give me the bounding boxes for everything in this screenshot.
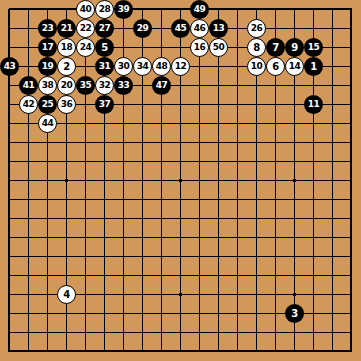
board-cell-m3[interactable] — [228, 38, 247, 57]
board-cell-r3[interactable] — [323, 38, 342, 57]
board-cell-i1[interactable] — [152, 0, 171, 19]
board-cell-o6[interactable] — [266, 95, 285, 114]
board-cell-d5[interactable]: 20 — [57, 76, 76, 95]
board-cell-c19[interactable] — [38, 342, 57, 361]
board-cell-m1[interactable] — [228, 0, 247, 19]
board-cell-b3[interactable] — [19, 38, 38, 57]
board-cell-p5[interactable] — [285, 76, 304, 95]
board-cell-a18[interactable] — [0, 323, 19, 342]
board-cell-a3[interactable] — [0, 38, 19, 57]
board-cell-h19[interactable] — [133, 342, 152, 361]
board-cell-l2[interactable]: 13 — [209, 19, 228, 38]
board-cell-l9[interactable] — [209, 152, 228, 171]
board-cell-k4[interactable] — [190, 57, 209, 76]
board-cell-e10[interactable] — [76, 171, 95, 190]
board-cell-p19[interactable] — [285, 342, 304, 361]
board-cell-m18[interactable] — [228, 323, 247, 342]
board-cell-l5[interactable] — [209, 76, 228, 95]
board-cell-s15[interactable] — [342, 266, 361, 285]
board-cell-i11[interactable] — [152, 190, 171, 209]
board-cell-f1[interactable]: 28 — [95, 0, 114, 19]
board-cell-k18[interactable] — [190, 323, 209, 342]
board-cell-r13[interactable] — [323, 228, 342, 247]
board-cell-n5[interactable] — [247, 76, 266, 95]
board-cell-f4[interactable]: 31 — [95, 57, 114, 76]
board-cell-h9[interactable] — [133, 152, 152, 171]
board-cell-l13[interactable] — [209, 228, 228, 247]
board-cell-c11[interactable] — [38, 190, 57, 209]
board-cell-b1[interactable] — [19, 0, 38, 19]
board-cell-f6[interactable]: 37 — [95, 95, 114, 114]
board-cell-m14[interactable] — [228, 247, 247, 266]
board-cell-b11[interactable] — [19, 190, 38, 209]
board-cell-e5[interactable]: 35 — [76, 76, 95, 95]
board-cell-h8[interactable] — [133, 133, 152, 152]
board-cell-b18[interactable] — [19, 323, 38, 342]
board-cell-c15[interactable] — [38, 266, 57, 285]
board-cell-b2[interactable] — [19, 19, 38, 38]
board-cell-j1[interactable] — [171, 0, 190, 19]
board-cell-d16[interactable]: 4 — [57, 285, 76, 304]
board-cell-n12[interactable] — [247, 209, 266, 228]
board-cell-m6[interactable] — [228, 95, 247, 114]
board-cell-j2[interactable]: 45 — [171, 19, 190, 38]
board-cell-h5[interactable] — [133, 76, 152, 95]
board-cell-f13[interactable] — [95, 228, 114, 247]
board-cell-m12[interactable] — [228, 209, 247, 228]
board-cell-p17[interactable]: 3 — [285, 304, 304, 323]
board-cell-d10[interactable] — [57, 171, 76, 190]
board-cell-b17[interactable] — [19, 304, 38, 323]
board-cell-l3[interactable]: 50 — [209, 38, 228, 57]
board-cell-m11[interactable] — [228, 190, 247, 209]
board-cell-o7[interactable] — [266, 114, 285, 133]
board-cell-k3[interactable]: 16 — [190, 38, 209, 57]
board-cell-s13[interactable] — [342, 228, 361, 247]
board-cell-a7[interactable] — [0, 114, 19, 133]
board-cell-f15[interactable] — [95, 266, 114, 285]
board-cell-n9[interactable] — [247, 152, 266, 171]
board-cell-g16[interactable] — [114, 285, 133, 304]
board-cell-l1[interactable] — [209, 0, 228, 19]
board-cell-r5[interactable] — [323, 76, 342, 95]
board-cell-e3[interactable]: 24 — [76, 38, 95, 57]
board-cell-k12[interactable] — [190, 209, 209, 228]
board-cell-j14[interactable] — [171, 247, 190, 266]
board-cell-j11[interactable] — [171, 190, 190, 209]
board-cell-e9[interactable] — [76, 152, 95, 171]
board-cell-e8[interactable] — [76, 133, 95, 152]
board-cell-e6[interactable] — [76, 95, 95, 114]
board-cell-f12[interactable] — [95, 209, 114, 228]
board-cell-r2[interactable] — [323, 19, 342, 38]
board-cell-o2[interactable] — [266, 19, 285, 38]
board-cell-r17[interactable] — [323, 304, 342, 323]
board-cell-b14[interactable] — [19, 247, 38, 266]
board-cell-p14[interactable] — [285, 247, 304, 266]
board-cell-s1[interactable] — [342, 0, 361, 19]
board-cell-h7[interactable] — [133, 114, 152, 133]
board-cell-r9[interactable] — [323, 152, 342, 171]
board-cell-i4[interactable]: 48 — [152, 57, 171, 76]
board-cell-o19[interactable] — [266, 342, 285, 361]
board-cell-o16[interactable] — [266, 285, 285, 304]
board-cell-d6[interactable]: 36 — [57, 95, 76, 114]
board-cell-r7[interactable] — [323, 114, 342, 133]
board-cell-s3[interactable] — [342, 38, 361, 57]
board-cell-c6[interactable]: 25 — [38, 95, 57, 114]
board-cell-s5[interactable] — [342, 76, 361, 95]
board-cell-g2[interactable] — [114, 19, 133, 38]
board-cell-g14[interactable] — [114, 247, 133, 266]
board-cell-k5[interactable] — [190, 76, 209, 95]
board-cell-l7[interactable] — [209, 114, 228, 133]
board-cell-k6[interactable] — [190, 95, 209, 114]
board-cell-q12[interactable] — [304, 209, 323, 228]
board-cell-o9[interactable] — [266, 152, 285, 171]
board-cell-j16[interactable] — [171, 285, 190, 304]
board-cell-i8[interactable] — [152, 133, 171, 152]
board-cell-k11[interactable] — [190, 190, 209, 209]
board-cell-b10[interactable] — [19, 171, 38, 190]
board-cell-o18[interactable] — [266, 323, 285, 342]
board-cell-s8[interactable] — [342, 133, 361, 152]
board-cell-g6[interactable] — [114, 95, 133, 114]
board-cell-l11[interactable] — [209, 190, 228, 209]
board-cell-m16[interactable] — [228, 285, 247, 304]
board-cell-g10[interactable] — [114, 171, 133, 190]
board-cell-b7[interactable] — [19, 114, 38, 133]
board-cell-j19[interactable] — [171, 342, 190, 361]
board-cell-s2[interactable] — [342, 19, 361, 38]
board-cell-n7[interactable] — [247, 114, 266, 133]
board-cell-m17[interactable] — [228, 304, 247, 323]
board-cell-o15[interactable] — [266, 266, 285, 285]
board-cell-g7[interactable] — [114, 114, 133, 133]
board-cell-o14[interactable] — [266, 247, 285, 266]
board-cell-n10[interactable] — [247, 171, 266, 190]
board-cell-d3[interactable]: 18 — [57, 38, 76, 57]
board-cell-c7[interactable]: 44 — [38, 114, 57, 133]
board-cell-k1[interactable]: 49 — [190, 0, 209, 19]
board-cell-n4[interactable]: 10 — [247, 57, 266, 76]
board-cell-i6[interactable] — [152, 95, 171, 114]
board-cell-h1[interactable] — [133, 0, 152, 19]
board-cell-c17[interactable] — [38, 304, 57, 323]
board-cell-i16[interactable] — [152, 285, 171, 304]
board-cell-s4[interactable] — [342, 57, 361, 76]
board-cell-a19[interactable] — [0, 342, 19, 361]
board-cell-q18[interactable] — [304, 323, 323, 342]
board-cell-s16[interactable] — [342, 285, 361, 304]
board-cell-a1[interactable] — [0, 0, 19, 19]
board-cell-q2[interactable] — [304, 19, 323, 38]
board-cell-h6[interactable] — [133, 95, 152, 114]
board-cell-l17[interactable] — [209, 304, 228, 323]
board-cell-n11[interactable] — [247, 190, 266, 209]
board-cell-d12[interactable] — [57, 209, 76, 228]
board-cell-q3[interactable]: 15 — [304, 38, 323, 57]
board-cell-l16[interactable] — [209, 285, 228, 304]
board-cell-b12[interactable] — [19, 209, 38, 228]
board-cell-k17[interactable] — [190, 304, 209, 323]
board-cell-d9[interactable] — [57, 152, 76, 171]
board-cell-a13[interactable] — [0, 228, 19, 247]
board-cell-r15[interactable] — [323, 266, 342, 285]
board-cell-b13[interactable] — [19, 228, 38, 247]
board-cell-j18[interactable] — [171, 323, 190, 342]
board-cell-k2[interactable]: 46 — [190, 19, 209, 38]
board-cell-c12[interactable] — [38, 209, 57, 228]
board-cell-g3[interactable] — [114, 38, 133, 57]
board-cell-h14[interactable] — [133, 247, 152, 266]
board-cell-g8[interactable] — [114, 133, 133, 152]
board-cell-f8[interactable] — [95, 133, 114, 152]
board-cell-p13[interactable] — [285, 228, 304, 247]
board-cell-l14[interactable] — [209, 247, 228, 266]
board-cell-p7[interactable] — [285, 114, 304, 133]
board-cell-h17[interactable] — [133, 304, 152, 323]
board-cell-h2[interactable]: 29 — [133, 19, 152, 38]
board-cell-d14[interactable] — [57, 247, 76, 266]
board-cell-p15[interactable] — [285, 266, 304, 285]
board-cell-b5[interactable]: 41 — [19, 76, 38, 95]
board-cell-d1[interactable] — [57, 0, 76, 19]
board-cell-d17[interactable] — [57, 304, 76, 323]
board-cell-f10[interactable] — [95, 171, 114, 190]
board-cell-n16[interactable] — [247, 285, 266, 304]
board-cell-h18[interactable] — [133, 323, 152, 342]
board-cell-q1[interactable] — [304, 0, 323, 19]
board-cell-a15[interactable] — [0, 266, 19, 285]
board-cell-c1[interactable] — [38, 0, 57, 19]
board-cell-n19[interactable] — [247, 342, 266, 361]
board-cell-r18[interactable] — [323, 323, 342, 342]
board-cell-k19[interactable] — [190, 342, 209, 361]
board-cell-n3[interactable]: 8 — [247, 38, 266, 57]
board-cell-q8[interactable] — [304, 133, 323, 152]
board-cell-a2[interactable] — [0, 19, 19, 38]
board-cell-g5[interactable]: 33 — [114, 76, 133, 95]
board-cell-g9[interactable] — [114, 152, 133, 171]
board-cell-d7[interactable] — [57, 114, 76, 133]
board-cell-i9[interactable] — [152, 152, 171, 171]
board-cell-h10[interactable] — [133, 171, 152, 190]
board-cell-f16[interactable] — [95, 285, 114, 304]
board-cell-l8[interactable] — [209, 133, 228, 152]
board-cell-f3[interactable]: 5 — [95, 38, 114, 57]
board-cell-h16[interactable] — [133, 285, 152, 304]
board-cell-g19[interactable] — [114, 342, 133, 361]
board-cell-p1[interactable] — [285, 0, 304, 19]
board-cell-j5[interactable] — [171, 76, 190, 95]
board-cell-k15[interactable] — [190, 266, 209, 285]
board-cell-j6[interactable] — [171, 95, 190, 114]
board-cell-n2[interactable]: 26 — [247, 19, 266, 38]
board-cell-n13[interactable] — [247, 228, 266, 247]
board-cell-h12[interactable] — [133, 209, 152, 228]
board-cell-p18[interactable] — [285, 323, 304, 342]
board-cell-g18[interactable] — [114, 323, 133, 342]
board-cell-m9[interactable] — [228, 152, 247, 171]
board-cell-e16[interactable] — [76, 285, 95, 304]
board-cell-q4[interactable]: 1 — [304, 57, 323, 76]
board-cell-g15[interactable] — [114, 266, 133, 285]
board-cell-k13[interactable] — [190, 228, 209, 247]
board-cell-s10[interactable] — [342, 171, 361, 190]
board-cell-a14[interactable] — [0, 247, 19, 266]
board-cell-n6[interactable] — [247, 95, 266, 114]
board-cell-r6[interactable] — [323, 95, 342, 114]
board-cell-c4[interactable]: 19 — [38, 57, 57, 76]
board-cell-s18[interactable] — [342, 323, 361, 342]
board-cell-r11[interactable] — [323, 190, 342, 209]
board-cell-n17[interactable] — [247, 304, 266, 323]
board-cell-s6[interactable] — [342, 95, 361, 114]
board-cell-e15[interactable] — [76, 266, 95, 285]
board-cell-a10[interactable] — [0, 171, 19, 190]
board-cell-h13[interactable] — [133, 228, 152, 247]
board-cell-i13[interactable] — [152, 228, 171, 247]
board-cell-h15[interactable] — [133, 266, 152, 285]
board-cell-g4[interactable]: 30 — [114, 57, 133, 76]
board-cell-l6[interactable] — [209, 95, 228, 114]
board-cell-e19[interactable] — [76, 342, 95, 361]
board-cell-c5[interactable]: 38 — [38, 76, 57, 95]
board-cell-c14[interactable] — [38, 247, 57, 266]
board-cell-c3[interactable]: 17 — [38, 38, 57, 57]
board-cell-h11[interactable] — [133, 190, 152, 209]
board-cell-i12[interactable] — [152, 209, 171, 228]
board-cell-g12[interactable] — [114, 209, 133, 228]
board-cell-r10[interactable] — [323, 171, 342, 190]
board-cell-f2[interactable]: 27 — [95, 19, 114, 38]
board-cell-e18[interactable] — [76, 323, 95, 342]
board-cell-m19[interactable] — [228, 342, 247, 361]
board-cell-b9[interactable] — [19, 152, 38, 171]
board-cell-q15[interactable] — [304, 266, 323, 285]
board-cell-a12[interactable] — [0, 209, 19, 228]
board-cell-d4[interactable]: 2 — [57, 57, 76, 76]
board-cell-m2[interactable] — [228, 19, 247, 38]
board-cell-m5[interactable] — [228, 76, 247, 95]
board-cell-e4[interactable] — [76, 57, 95, 76]
board-cell-i18[interactable] — [152, 323, 171, 342]
board-cell-o5[interactable] — [266, 76, 285, 95]
board-cell-i17[interactable] — [152, 304, 171, 323]
board-cell-q11[interactable] — [304, 190, 323, 209]
board-cell-f7[interactable] — [95, 114, 114, 133]
board-cell-s12[interactable] — [342, 209, 361, 228]
board-cell-i14[interactable] — [152, 247, 171, 266]
board-cell-j15[interactable] — [171, 266, 190, 285]
board-cell-h4[interactable]: 34 — [133, 57, 152, 76]
board-cell-p8[interactable] — [285, 133, 304, 152]
board-cell-k10[interactable] — [190, 171, 209, 190]
board-cell-r16[interactable] — [323, 285, 342, 304]
board-cell-o10[interactable] — [266, 171, 285, 190]
board-cell-q13[interactable] — [304, 228, 323, 247]
board-cell-l19[interactable] — [209, 342, 228, 361]
board-cell-l18[interactable] — [209, 323, 228, 342]
board-cell-o3[interactable]: 7 — [266, 38, 285, 57]
board-cell-a8[interactable] — [0, 133, 19, 152]
board-cell-o8[interactable] — [266, 133, 285, 152]
board-cell-i2[interactable] — [152, 19, 171, 38]
board-cell-a17[interactable] — [0, 304, 19, 323]
board-cell-b8[interactable] — [19, 133, 38, 152]
board-cell-m4[interactable] — [228, 57, 247, 76]
board-cell-p3[interactable]: 9 — [285, 38, 304, 57]
board-cell-j10[interactable] — [171, 171, 190, 190]
board-cell-b16[interactable] — [19, 285, 38, 304]
board-cell-a11[interactable] — [0, 190, 19, 209]
board-cell-s7[interactable] — [342, 114, 361, 133]
board-cell-s9[interactable] — [342, 152, 361, 171]
board-cell-o12[interactable] — [266, 209, 285, 228]
board-cell-j8[interactable] — [171, 133, 190, 152]
board-cell-j4[interactable]: 12 — [171, 57, 190, 76]
board-cell-g13[interactable] — [114, 228, 133, 247]
board-cell-e2[interactable]: 22 — [76, 19, 95, 38]
board-cell-o4[interactable]: 6 — [266, 57, 285, 76]
board-cell-c10[interactable] — [38, 171, 57, 190]
board-cell-a5[interactable] — [0, 76, 19, 95]
board-cell-j3[interactable] — [171, 38, 190, 57]
board-cell-n14[interactable] — [247, 247, 266, 266]
board-cell-g11[interactable] — [114, 190, 133, 209]
board-cell-d19[interactable] — [57, 342, 76, 361]
board-cell-f18[interactable] — [95, 323, 114, 342]
board-cell-q5[interactable] — [304, 76, 323, 95]
board-cell-l15[interactable] — [209, 266, 228, 285]
board-cell-r8[interactable] — [323, 133, 342, 152]
board-cell-p10[interactable] — [285, 171, 304, 190]
board-cell-q17[interactable] — [304, 304, 323, 323]
board-cell-e7[interactable] — [76, 114, 95, 133]
board-cell-l10[interactable] — [209, 171, 228, 190]
board-cell-e11[interactable] — [76, 190, 95, 209]
board-cell-c9[interactable] — [38, 152, 57, 171]
board-cell-o13[interactable] — [266, 228, 285, 247]
board-cell-r12[interactable] — [323, 209, 342, 228]
board-cell-f9[interactable] — [95, 152, 114, 171]
board-cell-c16[interactable] — [38, 285, 57, 304]
board-cell-b6[interactable]: 42 — [19, 95, 38, 114]
board-cell-d18[interactable] — [57, 323, 76, 342]
board-cell-j17[interactable] — [171, 304, 190, 323]
board-cell-p11[interactable] — [285, 190, 304, 209]
board-cell-q7[interactable] — [304, 114, 323, 133]
board-cell-q16[interactable] — [304, 285, 323, 304]
board-cell-p12[interactable] — [285, 209, 304, 228]
board-cell-c8[interactable] — [38, 133, 57, 152]
board-cell-e14[interactable] — [76, 247, 95, 266]
board-cell-m13[interactable] — [228, 228, 247, 247]
board-cell-i10[interactable] — [152, 171, 171, 190]
board-cell-s19[interactable] — [342, 342, 361, 361]
board-cell-d11[interactable] — [57, 190, 76, 209]
board-cell-g17[interactable] — [114, 304, 133, 323]
board-cell-f11[interactable] — [95, 190, 114, 209]
board-cell-j12[interactable] — [171, 209, 190, 228]
board-cell-n1[interactable] — [247, 0, 266, 19]
board-cell-i15[interactable] — [152, 266, 171, 285]
board-cell-q14[interactable] — [304, 247, 323, 266]
board-cell-j13[interactable] — [171, 228, 190, 247]
board-cell-e13[interactable] — [76, 228, 95, 247]
board-cell-p2[interactable] — [285, 19, 304, 38]
